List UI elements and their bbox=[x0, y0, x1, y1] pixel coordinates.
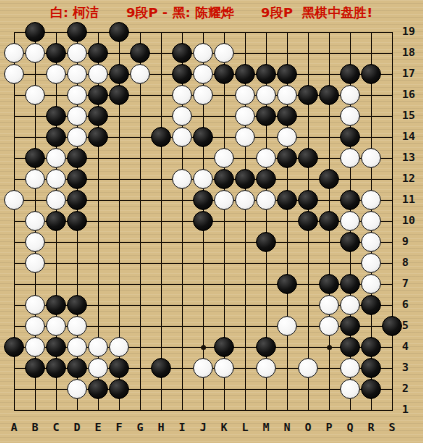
white-stone bbox=[109, 337, 129, 357]
white-stone bbox=[172, 127, 192, 147]
row-label: 5 bbox=[402, 319, 420, 332]
black-stone bbox=[67, 358, 87, 378]
row-label: 15 bbox=[402, 109, 420, 122]
row-label: 19 bbox=[402, 25, 420, 38]
black-stone bbox=[361, 64, 381, 84]
white-stone bbox=[214, 190, 234, 210]
black-stone bbox=[151, 358, 171, 378]
black-stone bbox=[46, 295, 66, 315]
white-stone bbox=[361, 190, 381, 210]
white-stone bbox=[214, 148, 234, 168]
white-stone bbox=[235, 106, 255, 126]
black-stone bbox=[361, 337, 381, 357]
row-label: 11 bbox=[402, 193, 420, 206]
white-stone bbox=[88, 358, 108, 378]
white-stone bbox=[46, 148, 66, 168]
white-stone bbox=[25, 253, 45, 273]
col-label: D bbox=[69, 421, 85, 434]
black-stone bbox=[340, 232, 360, 252]
white-stone bbox=[277, 316, 297, 336]
black-stone bbox=[151, 127, 171, 147]
white-stone bbox=[4, 190, 24, 210]
col-label: H bbox=[153, 421, 169, 434]
row-label: 13 bbox=[402, 151, 420, 164]
white-stone bbox=[361, 253, 381, 273]
row-label: 9 bbox=[402, 235, 420, 248]
hoshi-point bbox=[327, 345, 332, 350]
black-stone bbox=[88, 85, 108, 105]
white-stone bbox=[46, 316, 66, 336]
col-label: R bbox=[363, 421, 379, 434]
white-stone bbox=[340, 106, 360, 126]
white-stone bbox=[4, 43, 24, 63]
black-stone bbox=[67, 190, 87, 210]
white-stone bbox=[340, 148, 360, 168]
white-stone bbox=[25, 232, 45, 252]
white-stone bbox=[25, 169, 45, 189]
black-stone bbox=[256, 106, 276, 126]
black-stone bbox=[340, 274, 360, 294]
black-stone bbox=[4, 337, 24, 357]
col-label: G bbox=[132, 421, 148, 434]
black-stone bbox=[298, 211, 318, 231]
white-stone bbox=[361, 232, 381, 252]
row-label: 4 bbox=[402, 340, 420, 353]
black-stone bbox=[340, 337, 360, 357]
black-stone bbox=[67, 169, 87, 189]
white-stone bbox=[88, 64, 108, 84]
white-stone bbox=[67, 379, 87, 399]
white-stone bbox=[193, 85, 213, 105]
col-label: A bbox=[6, 421, 22, 434]
black-stone bbox=[193, 190, 213, 210]
black-stone bbox=[109, 85, 129, 105]
black-stone bbox=[235, 169, 255, 189]
white-stone bbox=[67, 337, 87, 357]
black-stone bbox=[361, 358, 381, 378]
black-stone bbox=[256, 169, 276, 189]
white-stone bbox=[277, 127, 297, 147]
col-label: B bbox=[27, 421, 43, 434]
go-board[interactable]: ABCDEFGHIJKLMNOPQRS191817161514131211109… bbox=[0, 0, 423, 443]
black-stone bbox=[172, 64, 192, 84]
white-stone bbox=[298, 358, 318, 378]
row-label: 8 bbox=[402, 256, 420, 269]
row-label: 10 bbox=[402, 214, 420, 227]
white-stone bbox=[256, 358, 276, 378]
white-stone bbox=[319, 316, 339, 336]
white-stone bbox=[256, 190, 276, 210]
white-stone bbox=[46, 190, 66, 210]
black-stone bbox=[340, 64, 360, 84]
black-stone bbox=[46, 358, 66, 378]
go-app: 白: 柯洁 9段P - 黑: 陈耀烨 9段P 黑棋中盘胜! ABCDEFGHIJ… bbox=[0, 0, 423, 443]
row-label: 14 bbox=[402, 130, 420, 143]
black-stone bbox=[67, 295, 87, 315]
black-stone bbox=[88, 127, 108, 147]
black-stone bbox=[172, 43, 192, 63]
row-label: 2 bbox=[402, 382, 420, 395]
white-stone bbox=[88, 337, 108, 357]
black-stone bbox=[277, 274, 297, 294]
white-stone bbox=[340, 358, 360, 378]
grid-hline bbox=[14, 410, 393, 411]
white-stone bbox=[319, 295, 339, 315]
white-stone bbox=[4, 64, 24, 84]
black-stone bbox=[361, 295, 381, 315]
col-label: S bbox=[384, 421, 400, 434]
black-stone bbox=[319, 274, 339, 294]
row-label: 17 bbox=[402, 67, 420, 80]
black-stone bbox=[256, 64, 276, 84]
white-stone bbox=[25, 316, 45, 336]
white-stone bbox=[46, 169, 66, 189]
white-stone bbox=[25, 85, 45, 105]
white-stone bbox=[67, 43, 87, 63]
black-stone bbox=[298, 148, 318, 168]
black-stone bbox=[109, 379, 129, 399]
hoshi-point bbox=[201, 345, 206, 350]
black-stone bbox=[88, 379, 108, 399]
black-stone bbox=[277, 106, 297, 126]
col-label: O bbox=[300, 421, 316, 434]
black-stone bbox=[319, 211, 339, 231]
black-stone bbox=[214, 169, 234, 189]
col-label: M bbox=[258, 421, 274, 434]
white-stone bbox=[256, 148, 276, 168]
white-stone bbox=[235, 190, 255, 210]
black-stone bbox=[193, 211, 213, 231]
white-stone bbox=[25, 295, 45, 315]
col-label: P bbox=[321, 421, 337, 434]
black-stone bbox=[319, 169, 339, 189]
white-stone bbox=[256, 85, 276, 105]
white-stone bbox=[214, 43, 234, 63]
black-stone bbox=[319, 85, 339, 105]
col-label: I bbox=[174, 421, 190, 434]
black-stone bbox=[340, 127, 360, 147]
white-stone bbox=[361, 211, 381, 231]
black-stone bbox=[46, 337, 66, 357]
black-stone bbox=[298, 190, 318, 210]
row-label: 16 bbox=[402, 88, 420, 101]
col-label: K bbox=[216, 421, 232, 434]
black-stone bbox=[340, 316, 360, 336]
black-stone bbox=[67, 148, 87, 168]
black-stone bbox=[256, 337, 276, 357]
black-stone bbox=[25, 148, 45, 168]
row-label: 18 bbox=[402, 46, 420, 59]
white-stone bbox=[340, 295, 360, 315]
white-stone bbox=[193, 64, 213, 84]
black-stone bbox=[382, 316, 402, 336]
row-label: 12 bbox=[402, 172, 420, 185]
white-stone bbox=[172, 169, 192, 189]
black-stone bbox=[25, 358, 45, 378]
black-stone bbox=[298, 85, 318, 105]
white-stone bbox=[67, 316, 87, 336]
white-stone bbox=[46, 64, 66, 84]
black-stone bbox=[130, 43, 150, 63]
white-stone bbox=[172, 85, 192, 105]
white-stone bbox=[193, 358, 213, 378]
white-stone bbox=[67, 106, 87, 126]
grid-vline bbox=[392, 32, 393, 411]
black-stone bbox=[277, 64, 297, 84]
white-stone bbox=[340, 211, 360, 231]
col-label: J bbox=[195, 421, 211, 434]
white-stone bbox=[361, 148, 381, 168]
black-stone bbox=[214, 64, 234, 84]
black-stone bbox=[340, 190, 360, 210]
white-stone bbox=[67, 64, 87, 84]
white-stone bbox=[193, 169, 213, 189]
white-stone bbox=[235, 85, 255, 105]
col-label: E bbox=[90, 421, 106, 434]
black-stone bbox=[25, 22, 45, 42]
black-stone bbox=[256, 232, 276, 252]
white-stone bbox=[277, 85, 297, 105]
col-label: N bbox=[279, 421, 295, 434]
white-stone bbox=[214, 358, 234, 378]
col-label: L bbox=[237, 421, 253, 434]
black-stone bbox=[361, 379, 381, 399]
black-stone bbox=[46, 211, 66, 231]
black-stone bbox=[109, 358, 129, 378]
black-stone bbox=[277, 190, 297, 210]
white-stone bbox=[130, 64, 150, 84]
white-stone bbox=[361, 274, 381, 294]
row-label: 7 bbox=[402, 277, 420, 290]
black-stone bbox=[277, 148, 297, 168]
white-stone bbox=[235, 127, 255, 147]
black-stone bbox=[235, 64, 255, 84]
black-stone bbox=[67, 211, 87, 231]
black-stone bbox=[88, 43, 108, 63]
white-stone bbox=[25, 43, 45, 63]
white-stone bbox=[193, 43, 213, 63]
row-label: 6 bbox=[402, 298, 420, 311]
black-stone bbox=[88, 106, 108, 126]
row-label: 1 bbox=[402, 403, 420, 416]
col-label: C bbox=[48, 421, 64, 434]
white-stone bbox=[67, 127, 87, 147]
white-stone bbox=[340, 85, 360, 105]
black-stone bbox=[46, 127, 66, 147]
black-stone bbox=[193, 127, 213, 147]
white-stone bbox=[25, 337, 45, 357]
black-stone bbox=[67, 22, 87, 42]
black-stone bbox=[109, 64, 129, 84]
white-stone bbox=[25, 211, 45, 231]
black-stone bbox=[109, 22, 129, 42]
col-label: F bbox=[111, 421, 127, 434]
black-stone bbox=[46, 43, 66, 63]
white-stone bbox=[172, 106, 192, 126]
black-stone bbox=[214, 337, 234, 357]
white-stone bbox=[340, 379, 360, 399]
grid-hline bbox=[14, 242, 393, 243]
white-stone bbox=[67, 85, 87, 105]
row-label: 3 bbox=[402, 361, 420, 374]
col-label: Q bbox=[342, 421, 358, 434]
black-stone bbox=[46, 106, 66, 126]
grid-hline bbox=[14, 263, 393, 264]
